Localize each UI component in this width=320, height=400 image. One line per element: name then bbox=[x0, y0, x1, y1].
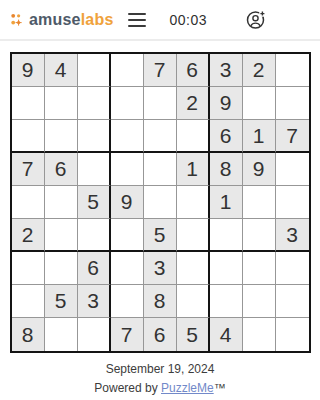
powered-by-prefix: Powered by bbox=[94, 381, 161, 395]
cell-r3c2[interactable] bbox=[45, 120, 78, 153]
sudoku-grid: 94763229617761895912536353887654 bbox=[10, 52, 311, 353]
cell-r1c6[interactable]: 6 bbox=[177, 54, 210, 87]
cell-r6c6[interactable] bbox=[177, 219, 210, 252]
cell-r6c3[interactable] bbox=[78, 219, 111, 252]
cell-r5c4[interactable]: 9 bbox=[111, 186, 144, 219]
cell-r4c2[interactable]: 6 bbox=[45, 153, 78, 186]
cell-r2c3[interactable] bbox=[78, 87, 111, 120]
cell-r3c1[interactable] bbox=[12, 120, 45, 153]
cell-r5c3[interactable]: 5 bbox=[78, 186, 111, 219]
cell-r2c9[interactable] bbox=[276, 87, 309, 120]
cell-r5c5[interactable] bbox=[144, 186, 177, 219]
header: amuselabs 00:03 bbox=[0, 0, 320, 41]
add-user-icon[interactable] bbox=[245, 9, 267, 31]
cell-r7c6[interactable] bbox=[177, 252, 210, 285]
cell-r2c8[interactable] bbox=[243, 87, 276, 120]
cell-r1c8[interactable]: 2 bbox=[243, 54, 276, 87]
cell-r3c5[interactable] bbox=[144, 120, 177, 153]
cell-r4c3[interactable] bbox=[78, 153, 111, 186]
cell-r7c1[interactable] bbox=[12, 252, 45, 285]
cell-r2c2[interactable] bbox=[45, 87, 78, 120]
cell-r9c2[interactable] bbox=[45, 318, 78, 351]
cell-r4c1[interactable]: 7 bbox=[12, 153, 45, 186]
cell-r4c9[interactable] bbox=[276, 153, 309, 186]
cell-r7c4[interactable] bbox=[111, 252, 144, 285]
cell-r5c6[interactable] bbox=[177, 186, 210, 219]
cell-r3c9[interactable]: 7 bbox=[276, 120, 309, 153]
cell-r1c1[interactable]: 9 bbox=[12, 54, 45, 87]
puzzle-date: September 19, 2024 bbox=[0, 360, 320, 379]
board-container: 94763229617761895912536353887654 bbox=[0, 52, 320, 353]
cell-r2c4[interactable] bbox=[111, 87, 144, 120]
cell-r8c2[interactable]: 5 bbox=[45, 285, 78, 318]
cell-r6c4[interactable] bbox=[111, 219, 144, 252]
timer: 00:03 bbox=[170, 12, 208, 28]
cell-r5c2[interactable] bbox=[45, 186, 78, 219]
cell-r4c6[interactable]: 1 bbox=[177, 153, 210, 186]
cell-r2c1[interactable] bbox=[12, 87, 45, 120]
trademark: ™ bbox=[214, 381, 226, 395]
cell-r8c5[interactable]: 8 bbox=[144, 285, 177, 318]
cell-r7c5[interactable]: 3 bbox=[144, 252, 177, 285]
cell-r1c4[interactable] bbox=[111, 54, 144, 87]
cell-r8c7[interactable] bbox=[210, 285, 243, 318]
cell-r7c8[interactable] bbox=[243, 252, 276, 285]
cell-r3c3[interactable] bbox=[78, 120, 111, 153]
cell-r6c8[interactable] bbox=[243, 219, 276, 252]
cell-r7c7[interactable] bbox=[210, 252, 243, 285]
cell-r8c3[interactable]: 3 bbox=[78, 285, 111, 318]
cell-r9c4[interactable]: 7 bbox=[111, 318, 144, 351]
cell-r1c7[interactable]: 3 bbox=[210, 54, 243, 87]
cell-r8c6[interactable] bbox=[177, 285, 210, 318]
cell-r1c2[interactable]: 4 bbox=[45, 54, 78, 87]
cell-r8c4[interactable] bbox=[111, 285, 144, 318]
cell-r5c7[interactable]: 1 bbox=[210, 186, 243, 219]
cell-r2c5[interactable] bbox=[144, 87, 177, 120]
cell-r5c8[interactable] bbox=[243, 186, 276, 219]
cell-r3c7[interactable]: 6 bbox=[210, 120, 243, 153]
cell-r6c2[interactable] bbox=[45, 219, 78, 252]
cell-r9c8[interactable] bbox=[243, 318, 276, 351]
cell-r1c9[interactable] bbox=[276, 54, 309, 87]
cell-r9c5[interactable]: 6 bbox=[144, 318, 177, 351]
cell-r6c7[interactable] bbox=[210, 219, 243, 252]
cell-r5c1[interactable] bbox=[12, 186, 45, 219]
cell-r2c6[interactable]: 2 bbox=[177, 87, 210, 120]
cell-r4c8[interactable]: 9 bbox=[243, 153, 276, 186]
cell-r9c9[interactable] bbox=[276, 318, 309, 351]
cell-r4c7[interactable]: 8 bbox=[210, 153, 243, 186]
menu-hamburger-icon[interactable] bbox=[128, 13, 146, 27]
cell-r4c5[interactable] bbox=[144, 153, 177, 186]
cell-r3c8[interactable]: 1 bbox=[243, 120, 276, 153]
powered-by: Powered by PuzzleMe™ bbox=[0, 379, 320, 398]
cell-r6c5[interactable]: 5 bbox=[144, 219, 177, 252]
cell-r2c7[interactable]: 9 bbox=[210, 87, 243, 120]
cell-r6c9[interactable]: 3 bbox=[276, 219, 309, 252]
logo-text: amuselabs bbox=[29, 11, 114, 29]
puzzleme-link[interactable]: PuzzleMe bbox=[161, 381, 214, 395]
amuselabs-logo[interactable]: amuselabs bbox=[10, 11, 114, 29]
amuselabs-logo-icon bbox=[10, 12, 26, 28]
cell-r7c2[interactable] bbox=[45, 252, 78, 285]
cell-r1c5[interactable]: 7 bbox=[144, 54, 177, 87]
cell-r7c9[interactable] bbox=[276, 252, 309, 285]
cell-r3c6[interactable] bbox=[177, 120, 210, 153]
cell-r7c3[interactable]: 6 bbox=[78, 252, 111, 285]
cell-r9c6[interactable]: 5 bbox=[177, 318, 210, 351]
logo-text-labs: labs bbox=[81, 11, 114, 28]
cell-r6c1[interactable]: 2 bbox=[12, 219, 45, 252]
cell-r9c1[interactable]: 8 bbox=[12, 318, 45, 351]
cell-r9c3[interactable] bbox=[78, 318, 111, 351]
logo-text-amuse: amuse bbox=[29, 11, 81, 28]
cell-r5c9[interactable] bbox=[276, 186, 309, 219]
footer: September 19, 2024 Powered by PuzzleMe™ bbox=[0, 360, 320, 397]
cell-r4c4[interactable] bbox=[111, 153, 144, 186]
cell-r8c1[interactable] bbox=[12, 285, 45, 318]
cell-r1c3[interactable] bbox=[78, 54, 111, 87]
cell-r3c4[interactable] bbox=[111, 120, 144, 153]
cell-r9c7[interactable]: 4 bbox=[210, 318, 243, 351]
cell-r8c8[interactable] bbox=[243, 285, 276, 318]
cell-r8c9[interactable] bbox=[276, 285, 309, 318]
